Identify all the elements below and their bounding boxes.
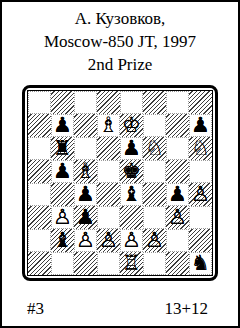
square-b1 [51,252,74,275]
square-f1 [143,252,166,275]
material-count-label: 13+12 [164,299,208,319]
square-d6 [97,137,120,160]
square-a8 [28,91,51,114]
white-pawn: ♙ [53,206,72,229]
square-e3 [120,206,143,229]
stipulation-label: #3 [27,299,44,319]
square-e6: ♟ [120,137,143,160]
square-c5: ♗ [74,160,97,183]
square-c7 [74,114,97,137]
white-king: ♔ [122,114,141,137]
black-pawn: ♟ [76,206,95,229]
white-bishop: ♗ [76,160,95,183]
author-line: А. Кузовков, [2,7,238,30]
square-b6: ♜ [51,137,74,160]
black-bishop: ♝ [122,183,141,206]
square-c1 [74,252,97,275]
square-c2: ♙ [74,229,97,252]
square-b7: ♟ [51,114,74,137]
square-a6 [28,137,51,160]
white-pawn: ♙ [191,183,210,206]
square-f5 [143,160,166,183]
square-f4 [143,183,166,206]
square-h2 [189,229,212,252]
black-pawn: ♟ [53,160,72,183]
square-b3: ♙ [51,206,74,229]
square-g8 [166,91,189,114]
square-d3 [97,206,120,229]
source-line: Moscow-850 JT, 1997 [2,30,238,53]
white-bishop: ♗ [99,114,118,137]
black-king: ♚ [122,160,141,183]
white-pawn: ♙ [122,229,141,252]
square-h8 [189,91,212,114]
square-g6 [166,137,189,160]
white-pawn: ♙ [76,229,95,252]
square-e1: ♖ [120,252,143,275]
black-rook: ♜ [53,137,72,160]
black-bishop: ♝ [53,229,72,252]
square-g7 [166,114,189,137]
square-g2 [166,229,189,252]
white-rook: ♖ [122,252,141,275]
square-c3: ♟ [74,206,97,229]
square-b2: ♝ [51,229,74,252]
square-a3 [28,206,51,229]
square-a2 [28,229,51,252]
board-frame: ♟♗♔♟♜♟♘♘♟♗♚♟♝♟♙♙♟♙♝♙♙♙♙♖♞ [22,85,218,281]
black-pawn: ♟ [53,114,72,137]
square-d7: ♗ [97,114,120,137]
square-c8 [74,91,97,114]
square-d5 [97,160,120,183]
square-a4 [28,183,51,206]
square-f3 [143,206,166,229]
white-pawn: ♙ [145,229,164,252]
square-g5 [166,160,189,183]
square-e5: ♚ [120,160,143,183]
square-c6 [74,137,97,160]
caption-row: #3 13+12 [2,299,238,319]
square-e7: ♔ [120,114,143,137]
black-pawn: ♟ [76,183,95,206]
chess-board: ♟♗♔♟♜♟♘♘♟♗♚♟♝♟♙♙♟♙♝♙♙♙♙♖♞ [27,90,213,276]
square-d1 [97,252,120,275]
square-f7 [143,114,166,137]
problem-header: А. Кузовков, Moscow-850 JT, 1997 2nd Pri… [2,2,238,76]
white-knight: ♘ [191,137,210,160]
square-d8 [97,91,120,114]
square-e2: ♙ [120,229,143,252]
square-h5 [189,160,212,183]
white-pawn: ♙ [99,229,118,252]
square-h7: ♟ [189,114,212,137]
square-f2: ♙ [143,229,166,252]
square-g3: ♙ [166,206,189,229]
square-e4: ♝ [120,183,143,206]
square-d2: ♙ [97,229,120,252]
black-knight: ♞ [191,252,210,275]
square-a1 [28,252,51,275]
square-d4 [97,183,120,206]
square-h6: ♘ [189,137,212,160]
square-f6: ♘ [143,137,166,160]
square-g4: ♟ [166,183,189,206]
square-b8 [51,91,74,114]
square-h1: ♞ [189,252,212,275]
square-c4: ♟ [74,183,97,206]
square-h3 [189,206,212,229]
black-pawn: ♟ [122,137,141,160]
square-a7 [28,114,51,137]
white-knight: ♘ [145,137,164,160]
black-pawn: ♟ [168,183,187,206]
square-b4 [51,183,74,206]
square-b5: ♟ [51,160,74,183]
square-e8 [120,91,143,114]
black-pawn: ♟ [191,114,210,137]
square-g1 [166,252,189,275]
award-line: 2nd Prize [2,53,238,76]
square-f8 [143,91,166,114]
square-h4: ♙ [189,183,212,206]
white-pawn: ♙ [168,206,187,229]
square-a5 [28,160,51,183]
